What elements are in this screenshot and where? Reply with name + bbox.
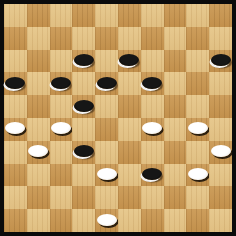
board-square bbox=[186, 4, 209, 27]
board-square bbox=[141, 186, 164, 209]
board-square[interactable] bbox=[186, 118, 209, 141]
board-square bbox=[50, 95, 73, 118]
white-man[interactable] bbox=[188, 122, 208, 134]
white-man[interactable] bbox=[28, 145, 48, 157]
board-square bbox=[118, 164, 141, 187]
board-square[interactable] bbox=[50, 27, 73, 50]
board-square[interactable] bbox=[95, 209, 118, 232]
board-square[interactable] bbox=[72, 141, 95, 164]
board-square bbox=[164, 164, 187, 187]
board-square[interactable] bbox=[186, 27, 209, 50]
board-square bbox=[118, 72, 141, 95]
board-square bbox=[4, 186, 27, 209]
board-square bbox=[209, 118, 232, 141]
black-man[interactable] bbox=[51, 77, 71, 89]
board-square bbox=[72, 164, 95, 187]
board-square bbox=[50, 50, 73, 73]
board-square[interactable] bbox=[164, 4, 187, 27]
board-square[interactable] bbox=[95, 118, 118, 141]
black-man[interactable] bbox=[211, 54, 231, 66]
board-square bbox=[209, 164, 232, 187]
board-square[interactable] bbox=[27, 141, 50, 164]
white-man[interactable] bbox=[97, 214, 117, 226]
board-square[interactable] bbox=[4, 118, 27, 141]
board-square[interactable] bbox=[141, 118, 164, 141]
board-square bbox=[209, 209, 232, 232]
board-square[interactable] bbox=[27, 95, 50, 118]
white-man[interactable] bbox=[51, 122, 71, 134]
board-square[interactable] bbox=[72, 50, 95, 73]
board-square bbox=[4, 95, 27, 118]
draughts-board bbox=[4, 4, 232, 232]
board-square[interactable] bbox=[118, 186, 141, 209]
board-square bbox=[164, 209, 187, 232]
board-square bbox=[95, 186, 118, 209]
board-square[interactable] bbox=[50, 209, 73, 232]
black-man[interactable] bbox=[5, 77, 25, 89]
board-square bbox=[50, 4, 73, 27]
board-square bbox=[95, 95, 118, 118]
board-square[interactable] bbox=[27, 186, 50, 209]
board-square bbox=[209, 72, 232, 95]
board-square bbox=[72, 118, 95, 141]
board-square[interactable] bbox=[27, 4, 50, 27]
board-frame bbox=[0, 0, 236, 236]
board-square[interactable] bbox=[72, 4, 95, 27]
white-man[interactable] bbox=[142, 122, 162, 134]
board-square bbox=[27, 72, 50, 95]
board-square bbox=[50, 141, 73, 164]
board-square[interactable] bbox=[209, 141, 232, 164]
board-square[interactable] bbox=[95, 72, 118, 95]
board-square bbox=[72, 27, 95, 50]
black-man[interactable] bbox=[142, 77, 162, 89]
board-square[interactable] bbox=[141, 27, 164, 50]
board-square bbox=[164, 27, 187, 50]
board-square bbox=[164, 72, 187, 95]
board-square[interactable] bbox=[118, 50, 141, 73]
board-square[interactable] bbox=[118, 95, 141, 118]
board-square bbox=[118, 118, 141, 141]
board-square bbox=[209, 27, 232, 50]
board-square bbox=[141, 4, 164, 27]
board-square[interactable] bbox=[209, 50, 232, 73]
board-square[interactable] bbox=[95, 27, 118, 50]
board-square bbox=[95, 4, 118, 27]
board-square[interactable] bbox=[4, 209, 27, 232]
board-square[interactable] bbox=[141, 164, 164, 187]
board-square[interactable] bbox=[164, 141, 187, 164]
board-square[interactable] bbox=[4, 27, 27, 50]
board-square bbox=[4, 141, 27, 164]
board-square bbox=[118, 27, 141, 50]
board-square[interactable] bbox=[50, 164, 73, 187]
board-square[interactable] bbox=[186, 72, 209, 95]
board-square bbox=[72, 209, 95, 232]
board-square bbox=[4, 4, 27, 27]
board-square[interactable] bbox=[164, 50, 187, 73]
board-square[interactable] bbox=[118, 4, 141, 27]
board-square[interactable] bbox=[72, 186, 95, 209]
board-square bbox=[95, 141, 118, 164]
board-square[interactable] bbox=[50, 118, 73, 141]
board-square bbox=[50, 186, 73, 209]
board-square[interactable] bbox=[209, 95, 232, 118]
black-man[interactable] bbox=[74, 54, 94, 66]
white-man[interactable] bbox=[188, 168, 208, 180]
black-man[interactable] bbox=[97, 77, 117, 89]
board-square[interactable] bbox=[27, 50, 50, 73]
board-square bbox=[27, 164, 50, 187]
board-square bbox=[141, 50, 164, 73]
board-square[interactable] bbox=[186, 164, 209, 187]
board-square[interactable] bbox=[118, 141, 141, 164]
black-man[interactable] bbox=[142, 168, 162, 180]
board-square bbox=[186, 141, 209, 164]
board-square[interactable] bbox=[95, 164, 118, 187]
board-square[interactable] bbox=[141, 72, 164, 95]
board-square[interactable] bbox=[72, 95, 95, 118]
board-square bbox=[186, 50, 209, 73]
board-square[interactable] bbox=[209, 186, 232, 209]
black-man[interactable] bbox=[74, 100, 94, 112]
board-square bbox=[118, 209, 141, 232]
board-square[interactable] bbox=[209, 4, 232, 27]
board-square bbox=[27, 27, 50, 50]
board-square bbox=[141, 95, 164, 118]
black-man[interactable] bbox=[74, 145, 94, 157]
black-man[interactable] bbox=[119, 54, 139, 66]
board-square bbox=[27, 209, 50, 232]
board-square[interactable] bbox=[164, 186, 187, 209]
board-square[interactable] bbox=[141, 209, 164, 232]
board-square bbox=[164, 118, 187, 141]
white-man[interactable] bbox=[97, 168, 117, 180]
white-man[interactable] bbox=[5, 122, 25, 134]
board-square bbox=[186, 186, 209, 209]
board-square bbox=[4, 50, 27, 73]
white-man[interactable] bbox=[211, 145, 231, 157]
board-square[interactable] bbox=[50, 72, 73, 95]
board-square[interactable] bbox=[186, 209, 209, 232]
board-square bbox=[72, 72, 95, 95]
board-square[interactable] bbox=[4, 72, 27, 95]
board-square[interactable] bbox=[4, 164, 27, 187]
board-square bbox=[141, 141, 164, 164]
board-square bbox=[186, 95, 209, 118]
board-square bbox=[27, 118, 50, 141]
board-square bbox=[95, 50, 118, 73]
board-square[interactable] bbox=[164, 95, 187, 118]
